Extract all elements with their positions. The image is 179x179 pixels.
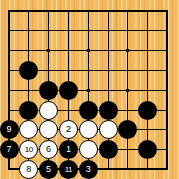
stone-white[interactable]	[79, 120, 98, 139]
stone-black-move-9[interactable]: 9	[0, 120, 19, 139]
star-point	[126, 89, 129, 92]
stone-white-move-8[interactable]: 8	[19, 160, 38, 179]
move-number: 10	[25, 141, 33, 158]
star-point	[87, 49, 90, 52]
stone-black[interactable]	[138, 101, 157, 120]
stone-black[interactable]	[19, 61, 38, 80]
stone-black[interactable]	[118, 120, 137, 139]
stone-black[interactable]	[138, 140, 157, 159]
star-point	[87, 89, 90, 92]
stone-black-move-1[interactable]: 1	[59, 140, 78, 159]
move-number: 6	[46, 141, 51, 158]
move-number: 8	[26, 161, 31, 178]
move-number: 1	[66, 140, 71, 159]
move-number: 11	[65, 160, 72, 179]
board-edge-line	[166, 10, 168, 170]
stone-white[interactable]	[79, 140, 98, 159]
stone-white[interactable]	[99, 120, 118, 139]
go-board-diagram: 927106185113	[0, 0, 179, 179]
stone-black[interactable]	[59, 81, 78, 100]
stone-white[interactable]	[39, 120, 58, 139]
stone-black-move-3[interactable]: 3	[79, 160, 98, 179]
move-number: 5	[46, 160, 51, 179]
stone-black[interactable]	[99, 101, 118, 120]
stone-black-move-11[interactable]: 11	[59, 160, 78, 179]
move-number: 2	[66, 121, 71, 138]
stone-black[interactable]	[79, 101, 98, 120]
move-number: 3	[86, 160, 91, 179]
star-point	[126, 49, 129, 52]
stone-black[interactable]	[39, 81, 58, 100]
stone-black[interactable]	[19, 101, 38, 120]
stone-white-move-2[interactable]: 2	[59, 120, 78, 139]
stone-black[interactable]	[99, 140, 118, 159]
stone-white-move-10[interactable]: 10	[19, 140, 38, 159]
stone-white-move-6[interactable]: 6	[39, 140, 58, 159]
stone-black-move-5[interactable]: 5	[39, 160, 58, 179]
move-number: 7	[6, 140, 11, 159]
star-point	[47, 49, 50, 52]
stone-black-move-7[interactable]: 7	[0, 140, 19, 159]
move-number: 9	[6, 120, 11, 139]
stone-white[interactable]	[39, 101, 58, 120]
stone-white[interactable]	[19, 120, 38, 139]
